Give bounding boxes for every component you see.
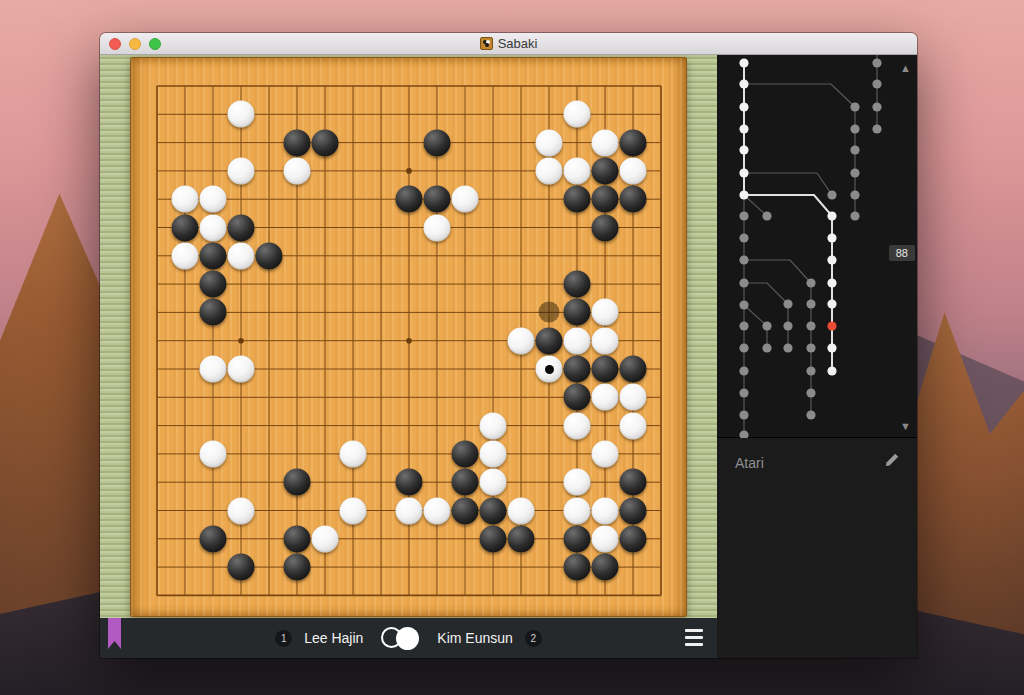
- stone-white[interactable]: [340, 497, 367, 524]
- stone-white[interactable]: [592, 299, 619, 326]
- stone-white[interactable]: [564, 412, 591, 439]
- stone-black[interactable]: [536, 327, 563, 354]
- comment-area[interactable]: Atari: [717, 438, 917, 658]
- tree-node-mainline[interactable]: [827, 343, 836, 352]
- black-player-name: Lee Hajin: [304, 630, 363, 646]
- tree-node[interactable]: [739, 300, 748, 309]
- stone-white[interactable]: [592, 129, 619, 156]
- pencil-icon[interactable]: [884, 452, 900, 468]
- go-board[interactable]: [130, 57, 687, 617]
- stone-black[interactable]: [284, 129, 311, 156]
- stone-white[interactable]: [284, 157, 311, 184]
- stone-black[interactable]: [424, 129, 451, 156]
- minimize-button[interactable]: [129, 38, 141, 50]
- tree-edge: [744, 260, 811, 283]
- stone-black[interactable]: [424, 186, 451, 213]
- stone-white[interactable]: [480, 469, 507, 496]
- stone-white[interactable]: [592, 327, 619, 354]
- stone-white[interactable]: [172, 186, 199, 213]
- tree-node[interactable]: [850, 145, 859, 154]
- close-button[interactable]: [109, 38, 121, 50]
- stone-white[interactable]: [564, 497, 591, 524]
- stone-black[interactable]: [228, 554, 255, 581]
- stone-black[interactable]: [620, 525, 647, 552]
- stone-black[interactable]: [396, 186, 423, 213]
- stone-black[interactable]: [620, 469, 647, 496]
- tree-node[interactable]: [739, 430, 748, 438]
- zoom-button[interactable]: [149, 38, 161, 50]
- tree-node[interactable]: [739, 366, 748, 375]
- stone-black[interactable]: [200, 299, 227, 326]
- stone-black[interactable]: [592, 554, 619, 581]
- tree-node[interactable]: [872, 102, 881, 111]
- tree-node[interactable]: [850, 102, 859, 111]
- black-captures-badge: 1: [275, 630, 292, 647]
- tree-node-mainline[interactable]: [739, 124, 748, 133]
- tree-node[interactable]: [739, 343, 748, 352]
- tree-node[interactable]: [806, 321, 815, 330]
- stone-white[interactable]: [228, 497, 255, 524]
- stone-white[interactable]: [424, 497, 451, 524]
- stone-black[interactable]: [256, 242, 283, 269]
- tree-node[interactable]: [739, 278, 748, 287]
- sidebar: ▲ ▼ 88 Atari: [717, 55, 917, 658]
- stone-white[interactable]: [620, 157, 647, 184]
- stone-white[interactable]: [480, 412, 507, 439]
- tree-node-mainline[interactable]: [739, 102, 748, 111]
- tree-node[interactable]: [872, 124, 881, 133]
- stone-white[interactable]: [508, 327, 535, 354]
- stone-black[interactable]: [284, 469, 311, 496]
- move-number-tooltip: 88: [889, 245, 915, 261]
- stone-white[interactable]: [340, 440, 367, 467]
- stone-black[interactable]: [564, 186, 591, 213]
- stone-black[interactable]: [452, 469, 479, 496]
- white-captures-badge: 2: [525, 630, 542, 647]
- tree-edge: [744, 305, 767, 326]
- stone-black[interactable]: [564, 554, 591, 581]
- stone-black[interactable]: [564, 356, 591, 383]
- stone-white[interactable]: [228, 242, 255, 269]
- tree-node[interactable]: [827, 190, 836, 199]
- tree-node[interactable]: [850, 211, 859, 220]
- tree-node[interactable]: [739, 233, 748, 242]
- stone-white[interactable]: [228, 157, 255, 184]
- stone-black[interactable]: [452, 497, 479, 524]
- stone-white[interactable]: [620, 384, 647, 411]
- stone-black[interactable]: [592, 186, 619, 213]
- stone-white[interactable]: [312, 525, 339, 552]
- stone-white[interactable]: [564, 327, 591, 354]
- stone-white[interactable]: [536, 129, 563, 156]
- scroll-up-icon[interactable]: ▲: [900, 62, 911, 74]
- tree-node-mainline[interactable]: [739, 145, 748, 154]
- tree-node-mainline[interactable]: [827, 255, 836, 264]
- stone-black[interactable]: [620, 497, 647, 524]
- stone-white[interactable]: [592, 525, 619, 552]
- tree-node[interactable]: [783, 299, 792, 308]
- tree-edge: [744, 173, 832, 195]
- stone-black[interactable]: [620, 356, 647, 383]
- ghost-stone[interactable]: [539, 302, 560, 323]
- bottom-bar: 1 Lee Hajin Kim Eunsun 2: [100, 618, 717, 658]
- stone-black[interactable]: [620, 129, 647, 156]
- tree-node-mainline[interactable]: [827, 299, 836, 308]
- stone-white[interactable]: [200, 440, 227, 467]
- stone-black[interactable]: [228, 214, 255, 241]
- stone-black[interactable]: [200, 242, 227, 269]
- stone-black[interactable]: [480, 497, 507, 524]
- stone-black[interactable]: [200, 271, 227, 298]
- stone-white[interactable]: [592, 497, 619, 524]
- tree-node[interactable]: [872, 58, 881, 67]
- tree-node[interactable]: [806, 388, 815, 397]
- stone-black[interactable]: [508, 525, 535, 552]
- stone-white[interactable]: [200, 214, 227, 241]
- stone-black[interactable]: [564, 271, 591, 298]
- comment-text: Atari: [735, 455, 899, 471]
- tree-edge: [744, 195, 767, 216]
- current-move-marker: [545, 365, 554, 374]
- stone-black[interactable]: [480, 525, 507, 552]
- tree-node[interactable]: [739, 255, 748, 264]
- stone-black[interactable]: [396, 469, 423, 496]
- tree-node-mainline[interactable]: [739, 190, 748, 199]
- tree-node-mainline[interactable]: [827, 366, 836, 375]
- tree-node[interactable]: [762, 211, 771, 220]
- stone-black[interactable]: [564, 384, 591, 411]
- star-point: [238, 338, 244, 344]
- tree-edge: [744, 283, 788, 304]
- tree-node[interactable]: [850, 168, 859, 177]
- stone-white[interactable]: [592, 384, 619, 411]
- tree-node-mainline[interactable]: [739, 79, 748, 88]
- tree-node[interactable]: [739, 410, 748, 419]
- tree-node[interactable]: [806, 410, 815, 419]
- tree-node[interactable]: [872, 79, 881, 88]
- stone-black[interactable]: [592, 214, 619, 241]
- hamburger-menu-button[interactable]: [685, 629, 703, 646]
- tree-node[interactable]: [806, 299, 815, 308]
- tree-node[interactable]: [806, 343, 815, 352]
- turn-toggle[interactable]: [381, 627, 419, 650]
- tree-node-mainline[interactable]: [739, 58, 748, 67]
- stone-black[interactable]: [592, 157, 619, 184]
- tree-node-mainline[interactable]: [827, 278, 836, 287]
- tree-node[interactable]: [783, 321, 792, 330]
- stone-white[interactable]: [200, 356, 227, 383]
- stone-white[interactable]: [452, 186, 479, 213]
- white-player-name: Kim Eunsun: [437, 630, 512, 646]
- stone-white[interactable]: [200, 186, 227, 213]
- stone-black[interactable]: [592, 356, 619, 383]
- stone-white-current-move[interactable]: [536, 356, 563, 383]
- stone-white[interactable]: [172, 242, 199, 269]
- stone-white[interactable]: [620, 412, 647, 439]
- tree-node-mainline[interactable]: [739, 168, 748, 177]
- stone-white[interactable]: [396, 497, 423, 524]
- stone-white[interactable]: [480, 440, 507, 467]
- stone-black[interactable]: [564, 299, 591, 326]
- tree-node[interactable]: [783, 343, 792, 352]
- tree-node[interactable]: [739, 321, 748, 330]
- sabaki-app-icon: [480, 37, 493, 50]
- stone-white[interactable]: [564, 157, 591, 184]
- tree-node-mainline[interactable]: [827, 211, 836, 220]
- stone-black[interactable]: [564, 525, 591, 552]
- board-area: [100, 55, 717, 618]
- stone-white[interactable]: [564, 469, 591, 496]
- bookmark-ribbon[interactable]: [108, 618, 121, 649]
- window-title: Sabaki: [498, 36, 538, 51]
- star-point: [406, 168, 412, 174]
- game-tree[interactable]: [717, 55, 917, 438]
- tree-node[interactable]: [806, 278, 815, 287]
- tree-edge: [744, 84, 855, 107]
- white-turn-circle: [396, 627, 419, 650]
- tree-node[interactable]: [739, 388, 748, 397]
- stone-white[interactable]: [564, 101, 591, 128]
- stone-black[interactable]: [284, 525, 311, 552]
- stone-black[interactable]: [620, 186, 647, 213]
- stone-white[interactable]: [424, 214, 451, 241]
- stone-black[interactable]: [172, 214, 199, 241]
- sabaki-window: Sabaki 1 Lee Hajin Kim Eunsun: [100, 33, 917, 658]
- stone-white[interactable]: [228, 356, 255, 383]
- stone-black[interactable]: [200, 525, 227, 552]
- tree-node-current[interactable]: [827, 321, 836, 330]
- scroll-down-icon[interactable]: ▼: [900, 420, 911, 432]
- tree-node-mainline[interactable]: [827, 233, 836, 242]
- stone-white[interactable]: [536, 157, 563, 184]
- tree-node[interactable]: [850, 190, 859, 199]
- star-point: [406, 338, 412, 344]
- game-tree-panel[interactable]: ▲ ▼ 88: [717, 55, 917, 438]
- stone-white[interactable]: [228, 101, 255, 128]
- tree-edge: [744, 195, 832, 216]
- tree-node[interactable]: [739, 211, 748, 220]
- tree-node[interactable]: [850, 124, 859, 133]
- stone-white[interactable]: [508, 497, 535, 524]
- stone-black[interactable]: [284, 554, 311, 581]
- tree-node[interactable]: [762, 321, 771, 330]
- stone-white[interactable]: [592, 440, 619, 467]
- stone-black[interactable]: [312, 129, 339, 156]
- stone-black[interactable]: [452, 440, 479, 467]
- tree-node[interactable]: [762, 343, 771, 352]
- title-bar[interactable]: Sabaki: [100, 33, 917, 55]
- tree-node[interactable]: [806, 366, 815, 375]
